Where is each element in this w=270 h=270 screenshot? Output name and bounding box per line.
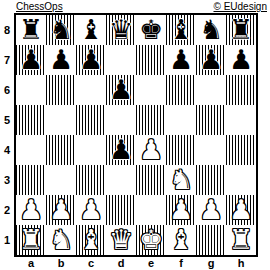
- square-e7: [136, 45, 166, 75]
- piece-black-pawn: ♟: [109, 135, 133, 165]
- square-e4: ♟: [136, 135, 166, 165]
- square-f8: ♝: [166, 15, 196, 45]
- square-g7: ♟: [196, 45, 226, 75]
- square-f7: ♟: [166, 45, 196, 75]
- square-d1: ♛: [106, 225, 136, 255]
- square-g1: [196, 225, 226, 255]
- rank-label-5: 5: [0, 105, 14, 135]
- piece-white-rook: ♜: [19, 225, 43, 255]
- square-f1: ♝: [166, 225, 196, 255]
- square-h1: ♜: [226, 225, 256, 255]
- piece-black-pawn: ♟: [199, 45, 223, 75]
- piece-white-pawn: ♟: [79, 195, 103, 225]
- piece-black-bishop: ♝: [79, 15, 103, 45]
- piece-black-knight: ♞: [49, 15, 73, 45]
- square-b6: [46, 75, 76, 105]
- square-g3: [196, 165, 226, 195]
- square-c4: [76, 135, 106, 165]
- square-e2: [136, 195, 166, 225]
- piece-white-queen: ♛: [109, 225, 133, 255]
- square-e1: ♚: [136, 225, 166, 255]
- piece-black-pawn: ♟: [229, 45, 253, 75]
- square-d6: ♟: [106, 75, 136, 105]
- square-d5: [106, 105, 136, 135]
- square-d7: [106, 45, 136, 75]
- square-a8: ♜: [16, 15, 46, 45]
- rank-label-2: 2: [0, 195, 14, 225]
- file-labels: abcdefgh: [16, 257, 256, 270]
- square-h2: ♟: [226, 195, 256, 225]
- square-b4: [46, 135, 76, 165]
- rank-label-8: 8: [0, 15, 14, 45]
- square-a5: [16, 105, 46, 135]
- piece-black-rook: ♜: [229, 15, 253, 45]
- page: ChessOps © EUdesign 87654321 ♜♞♝♛♚♝♞♜♟♟♟…: [0, 0, 270, 270]
- square-a2: ♟: [16, 195, 46, 225]
- rank-label-6: 6: [0, 75, 14, 105]
- square-g2: ♟: [196, 195, 226, 225]
- rank-label-7: 7: [0, 45, 14, 75]
- board: ♜♞♝♛♚♝♞♜♟♟♟♟♟♟♟♟♟♞♟♟♟♟♟♟♜♞♝♛♚♝♜: [14, 13, 258, 257]
- piece-white-knight: ♞: [169, 165, 193, 195]
- square-a6: [16, 75, 46, 105]
- piece-black-rook: ♜: [19, 15, 43, 45]
- square-f4: [166, 135, 196, 165]
- file-label-b: b: [46, 257, 76, 270]
- piece-black-bishop: ♝: [169, 15, 193, 45]
- rank-label-3: 3: [0, 165, 14, 195]
- piece-white-bishop: ♝: [79, 225, 103, 255]
- piece-white-pawn: ♟: [139, 135, 163, 165]
- piece-black-king: ♚: [139, 15, 163, 45]
- square-d3: [106, 165, 136, 195]
- square-b5: [46, 105, 76, 135]
- square-a1: ♜: [16, 225, 46, 255]
- file-label-g: g: [196, 257, 226, 270]
- square-f6: [166, 75, 196, 105]
- square-b3: [46, 165, 76, 195]
- square-e6: [136, 75, 166, 105]
- piece-black-pawn: ♟: [19, 45, 43, 75]
- piece-white-king: ♚: [139, 225, 163, 255]
- square-h3: [226, 165, 256, 195]
- file-label-a: a: [16, 257, 46, 270]
- rank-label-1: 1: [0, 225, 14, 255]
- square-g8: ♞: [196, 15, 226, 45]
- square-c1: ♝: [76, 225, 106, 255]
- file-label-e: e: [136, 257, 166, 270]
- piece-black-pawn: ♟: [49, 45, 73, 75]
- square-f5: [166, 105, 196, 135]
- piece-white-pawn: ♟: [19, 195, 43, 225]
- file-label-f: f: [166, 257, 196, 270]
- square-c2: ♟: [76, 195, 106, 225]
- square-d8: ♛: [106, 15, 136, 45]
- file-label-h: h: [226, 257, 256, 270]
- square-c8: ♝: [76, 15, 106, 45]
- square-f3: ♞: [166, 165, 196, 195]
- square-g4: [196, 135, 226, 165]
- square-h5: [226, 105, 256, 135]
- square-b1: ♞: [46, 225, 76, 255]
- piece-white-pawn: ♟: [49, 195, 73, 225]
- square-c6: [76, 75, 106, 105]
- square-a3: [16, 165, 46, 195]
- square-b8: ♞: [46, 15, 76, 45]
- piece-white-pawn: ♟: [199, 195, 223, 225]
- square-c7: ♟: [76, 45, 106, 75]
- square-b7: ♟: [46, 45, 76, 75]
- rank-label-4: 4: [0, 135, 14, 165]
- square-h8: ♜: [226, 15, 256, 45]
- piece-white-bishop: ♝: [169, 225, 193, 255]
- square-b2: ♟: [46, 195, 76, 225]
- chessops-link[interactable]: ChessOps: [16, 1, 63, 13]
- piece-white-knight: ♞: [49, 225, 73, 255]
- square-c5: [76, 105, 106, 135]
- square-e8: ♚: [136, 15, 166, 45]
- piece-white-pawn: ♟: [169, 195, 193, 225]
- square-h7: ♟: [226, 45, 256, 75]
- square-c3: [76, 165, 106, 195]
- square-d2: [106, 195, 136, 225]
- piece-white-rook: ♜: [229, 225, 253, 255]
- piece-black-pawn: ♟: [79, 45, 103, 75]
- file-label-c: c: [76, 257, 106, 270]
- piece-black-knight: ♞: [199, 15, 223, 45]
- square-d4: ♟: [106, 135, 136, 165]
- piece-black-pawn: ♟: [169, 45, 193, 75]
- square-h6: [226, 75, 256, 105]
- rank-labels: 87654321: [0, 15, 14, 255]
- piece-white-pawn: ♟: [229, 195, 253, 225]
- square-f2: ♟: [166, 195, 196, 225]
- square-e5: [136, 105, 166, 135]
- square-e3: [136, 165, 166, 195]
- piece-black-pawn: ♟: [109, 75, 133, 105]
- square-a4: [16, 135, 46, 165]
- piece-black-queen: ♛: [109, 15, 133, 45]
- square-a7: ♟: [16, 45, 46, 75]
- eudesign-credit-link[interactable]: © EUdesign: [213, 1, 267, 13]
- square-h4: [226, 135, 256, 165]
- file-label-d: d: [106, 257, 136, 270]
- square-g5: [196, 105, 226, 135]
- square-g6: [196, 75, 226, 105]
